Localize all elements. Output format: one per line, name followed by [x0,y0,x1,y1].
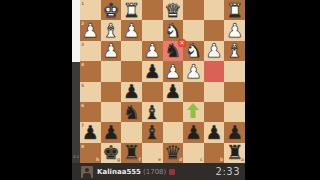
white-pawn: ♟ [164,62,181,81]
square-e8[interactable]: e [142,143,163,163]
avatar-torso-shape [83,173,91,178]
square-g7[interactable]: ♟ [101,122,122,142]
file-label-b: b [220,158,223,163]
square-b5[interactable] [204,82,225,102]
square-e5[interactable] [142,82,163,102]
file-label-a: a [241,158,244,163]
rank-label-6: 6 [81,103,84,108]
square-g8[interactable]: ♚g [101,143,122,163]
square-b2[interactable] [204,20,225,40]
white-knight: ♞ [185,41,202,60]
square-a8[interactable]: ♜a [224,143,245,163]
square-c5[interactable] [183,82,204,102]
square-c8[interactable]: c [183,143,204,163]
square-g6[interactable] [101,102,122,122]
rank-label-1: 1 [81,1,84,6]
black-bishop: ♝ [144,103,161,122]
black-pawn: ♟ [164,82,181,101]
chess-board[interactable]: 1♚♜♛♜♟2♝♟♞♟3♟♟♞✕♞♟♝4♟♟♟5♟♟6♞♝♟7♟♝♟♟♟8h♚g… [80,0,245,163]
square-c7[interactable]: ♟ [183,122,204,142]
rank-label-7: 7 [81,123,84,128]
square-g2[interactable]: ♝ [101,20,122,40]
black-pawn: ♟ [185,123,202,142]
square-c1[interactable] [183,0,204,20]
square-f6[interactable]: ♞ [121,102,142,122]
black-pawn: ♟ [226,123,243,142]
black-pawn: ♟ [82,123,99,142]
white-pawn: ♟ [144,41,161,60]
square-a3[interactable]: ♝ [224,41,245,61]
file-label-h: h [96,158,99,163]
square-d6[interactable] [163,102,184,122]
white-knight: ♞ [164,21,181,40]
square-g4[interactable] [101,61,122,81]
blunder-x-badge-icon: ✕ [178,39,186,47]
video-frame: 4.3 1♚♜♛♜♟2♝♟♞♟3♟♟♞✕♞♟♝4♟♟♟5♟♟6♞♝♟7♟♝♟♟♟… [0,0,320,180]
white-pawn: ♟ [123,21,140,40]
square-h7[interactable]: ♟7 [80,122,101,142]
square-b6[interactable] [204,102,225,122]
square-d8[interactable]: ♛d [163,143,184,163]
square-f2[interactable]: ♟ [121,20,142,40]
square-g1[interactable]: ♚ [101,0,122,20]
square-f8[interactable]: ♜f [121,143,142,163]
square-a5[interactable] [224,82,245,102]
black-pawn: ♟ [123,82,140,101]
square-d3[interactable]: ♞✕ [163,41,184,61]
square-h6[interactable]: 6 [80,102,101,122]
black-pawn: ♟ [102,123,119,142]
file-label-g: g [117,158,120,163]
player-rating: (1708) [143,168,166,176]
white-rook: ♜ [123,1,140,20]
rank-label-8: 8 [81,144,84,149]
square-b7[interactable]: ♟ [204,122,225,142]
square-h2[interactable]: ♟2 [80,20,101,40]
player-username[interactable]: Kalinaa555 [97,168,141,176]
white-bishop: ♝ [226,41,243,60]
white-pawn: ♟ [82,21,99,40]
square-c2[interactable] [183,20,204,40]
square-f4[interactable] [121,61,142,81]
eval-score: 4.3 [72,154,79,158]
black-pawn: ♟ [206,123,223,142]
rank-label-2: 2 [81,21,84,26]
square-a1[interactable]: ♜ [224,0,245,20]
square-d2[interactable]: ♞ [163,20,184,40]
square-a2[interactable]: ♟ [224,20,245,40]
file-label-d: d [179,158,182,163]
square-a7[interactable]: ♟ [224,122,245,142]
white-rook: ♜ [226,1,243,20]
eval-white-portion [72,0,80,62]
square-c4[interactable]: ♟ [183,61,204,81]
square-e3[interactable]: ♟ [142,41,163,61]
file-label-e: e [158,158,161,163]
square-h3[interactable]: 3 [80,41,101,61]
player-bar: Kalinaa555 (1708) 2:33 [72,163,245,180]
square-e7[interactable]: ♝ [142,122,163,142]
avatar-head-shape [85,168,89,172]
country-flag-icon [169,169,175,175]
square-b1[interactable] [204,0,225,20]
square-d5[interactable]: ♟ [163,82,184,102]
square-e4[interactable]: ♟ [142,61,163,81]
square-d4[interactable]: ♟ [163,61,184,81]
square-a4[interactable] [224,61,245,81]
square-f7[interactable] [121,122,142,142]
square-d7[interactable] [163,122,184,142]
white-pawn: ♟ [226,21,243,40]
black-knight: ♞ [123,103,140,122]
white-pawn: ♟ [185,62,202,81]
square-c6[interactable] [183,102,204,122]
evaluation-bar: 4.3 [72,0,80,163]
square-h4[interactable]: 4 [80,61,101,81]
rank-label-4: 4 [81,62,84,67]
square-e1[interactable] [142,0,163,20]
square-b3[interactable]: ♟ [204,41,225,61]
square-f1[interactable]: ♜ [121,0,142,20]
square-e6[interactable]: ♝ [142,102,163,122]
black-pawn: ♟ [144,62,161,81]
square-d1[interactable]: ♛ [163,0,184,20]
white-pawn: ♟ [102,41,119,60]
avatar[interactable] [81,166,93,178]
white-bishop: ♝ [102,21,119,40]
square-g5[interactable] [101,82,122,102]
suggested-move-arrow-icon [187,103,199,118]
black-rook: ♜ [123,143,140,162]
file-label-f: f [139,158,141,163]
square-a6[interactable] [224,102,245,122]
white-queen: ♛ [164,1,181,20]
square-f3[interactable] [121,41,142,61]
player-clock: 2:33 [216,166,240,177]
square-b8[interactable]: b [204,143,225,163]
square-h5[interactable]: 5 [80,82,101,102]
square-c3[interactable]: ♞ [183,41,204,61]
rank-label-3: 3 [81,42,84,47]
square-g3[interactable]: ♟ [101,41,122,61]
black-bishop: ♝ [144,123,161,142]
square-h8[interactable]: 8h [80,143,101,163]
white-king: ♚ [102,1,119,20]
white-pawn: ♟ [206,41,223,60]
square-f5[interactable]: ♟ [121,82,142,102]
square-h1[interactable]: 1 [80,0,101,20]
file-label-c: c [200,158,203,163]
square-e2[interactable] [142,20,163,40]
square-b4[interactable] [204,61,225,81]
rank-label-5: 5 [81,83,84,88]
